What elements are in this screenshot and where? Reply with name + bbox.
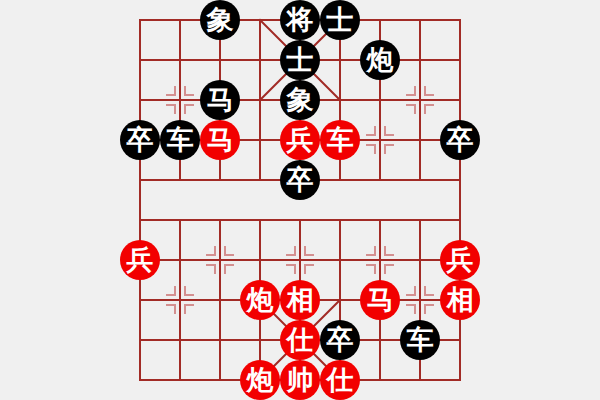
piece-red-advisor[interactable]: 仕 [320,360,360,400]
piece-red-horse[interactable]: 马 [200,120,240,160]
piece-red-elephant[interactable]: 相 [280,280,320,320]
piece-red-soldier[interactable]: 兵 [120,240,160,280]
piece-black-cannon[interactable]: 炮 [360,40,400,80]
piece-black-general[interactable]: 将 [280,0,320,40]
piece-black-elephant[interactable]: 象 [200,0,240,40]
piece-red-soldier[interactable]: 兵 [280,120,320,160]
piece-black-soldier[interactable]: 卒 [320,320,360,360]
piece-red-advisor[interactable]: 仕 [280,320,320,360]
piece-red-soldier[interactable]: 兵 [440,240,480,280]
piece-red-horse[interactable]: 马 [360,280,400,320]
piece-black-chariot[interactable]: 车 [400,320,440,360]
piece-black-chariot[interactable]: 车 [160,120,200,160]
piece-black-horse[interactable]: 马 [200,80,240,120]
piece-red-elephant[interactable]: 相 [440,280,480,320]
piece-red-cannon[interactable]: 炮 [240,280,280,320]
piece-black-advisor[interactable]: 士 [320,0,360,40]
piece-black-elephant[interactable]: 象 [280,80,320,120]
piece-black-soldier[interactable]: 卒 [280,160,320,200]
piece-red-cannon[interactable]: 炮 [240,360,280,400]
piece-black-advisor[interactable]: 士 [280,40,320,80]
piece-black-soldier[interactable]: 卒 [440,120,480,160]
piece-red-general[interactable]: 帅 [280,360,320,400]
piece-black-soldier[interactable]: 卒 [120,120,160,160]
xiangqi-board: 象将士士炮马象卒车马兵车卒卒兵兵炮相马相仕卒车炮帅仕 [0,0,600,400]
piece-red-chariot[interactable]: 车 [320,120,360,160]
